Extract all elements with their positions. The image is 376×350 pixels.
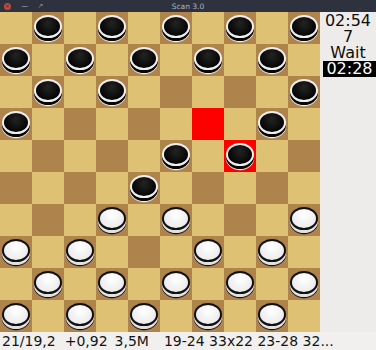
square-r7c9 (256, 204, 288, 236)
square-r5c9 (256, 140, 288, 172)
square-45[interactable] (288, 268, 320, 300)
square-r10c10 (288, 300, 320, 332)
black-man[interactable] (34, 15, 62, 38)
square-26[interactable] (0, 172, 32, 204)
square-r3c3 (64, 76, 96, 108)
square-11[interactable] (32, 76, 64, 108)
black-man[interactable] (290, 79, 318, 102)
square-38[interactable] (128, 236, 160, 268)
close-icon: × (5, 3, 10, 9)
square-r10c2 (32, 300, 64, 332)
square-r1c1 (0, 12, 32, 44)
black-man[interactable] (130, 47, 158, 70)
white-man[interactable] (130, 303, 158, 326)
square-21[interactable] (32, 140, 64, 172)
square-r3c7 (192, 76, 224, 108)
square-18[interactable] (128, 108, 160, 140)
square-r1c9 (256, 12, 288, 44)
board (0, 12, 320, 332)
square-r2c6 (160, 44, 192, 76)
square-42[interactable] (96, 268, 128, 300)
white-man[interactable] (98, 207, 126, 230)
square-36[interactable] (0, 236, 32, 268)
square-23[interactable] (160, 140, 192, 172)
white-man[interactable] (66, 303, 94, 326)
black-man[interactable] (290, 15, 318, 38)
square-r4c4 (96, 108, 128, 140)
black-man[interactable] (194, 47, 222, 70)
square-34[interactable] (224, 204, 256, 236)
main-area: 02:54 7 Wait 02:28 (0, 12, 376, 332)
square-24[interactable] (224, 140, 256, 172)
square-28[interactable] (128, 172, 160, 204)
square-r8c2 (32, 236, 64, 268)
black-man[interactable] (162, 143, 190, 166)
clock-panel: 02:54 7 Wait 02:28 (320, 12, 376, 332)
square-47[interactable] (64, 300, 96, 332)
square-r6c8 (224, 172, 256, 204)
square-2[interactable] (96, 12, 128, 44)
square-20[interactable] (256, 108, 288, 140)
square-r3c1 (0, 76, 32, 108)
white-man[interactable] (162, 207, 190, 230)
black-man[interactable] (226, 15, 254, 38)
square-r4c2 (32, 108, 64, 140)
white-man[interactable] (98, 271, 126, 294)
square-17[interactable] (64, 108, 96, 140)
white-man[interactable] (34, 271, 62, 294)
white-man[interactable] (290, 207, 318, 230)
square-r2c2 (32, 44, 64, 76)
square-8[interactable] (128, 44, 160, 76)
square-r2c4 (96, 44, 128, 76)
square-43[interactable] (160, 268, 192, 300)
black-man[interactable] (66, 47, 94, 70)
square-r2c8 (224, 44, 256, 76)
square-37[interactable] (64, 236, 96, 268)
white-man[interactable] (66, 239, 94, 262)
black-man[interactable] (162, 15, 190, 38)
square-9[interactable] (192, 44, 224, 76)
square-r6c10 (288, 172, 320, 204)
close-button[interactable]: × (4, 3, 11, 10)
black-man[interactable] (258, 111, 286, 134)
square-15[interactable] (288, 76, 320, 108)
black-man[interactable] (98, 15, 126, 38)
white-man[interactable] (2, 303, 30, 326)
square-r10c6 (160, 300, 192, 332)
square-27[interactable] (64, 172, 96, 204)
square-r10c8 (224, 300, 256, 332)
black-man[interactable] (98, 79, 126, 102)
square-r9c5 (128, 268, 160, 300)
square-r3c5 (128, 76, 160, 108)
square-40[interactable] (256, 236, 288, 268)
square-r4c8 (224, 108, 256, 140)
white-man[interactable] (226, 271, 254, 294)
square-4[interactable] (224, 12, 256, 44)
square-r3c9 (256, 76, 288, 108)
square-35[interactable] (288, 204, 320, 236)
square-r5c5 (128, 140, 160, 172)
square-r10c4 (96, 300, 128, 332)
square-33[interactable] (160, 204, 192, 236)
white-man[interactable] (194, 239, 222, 262)
square-14[interactable] (224, 76, 256, 108)
window-title: Scan 3.0 (0, 0, 376, 12)
square-r7c5 (128, 204, 160, 236)
engine-status-bar: 21/19,2 +0,92 3,5M 19-24 33x22 23-28 32.… (0, 332, 376, 350)
square-13[interactable] (160, 76, 192, 108)
principal-variation: 19-24 33x22 23-28 32... (164, 333, 334, 349)
square-r9c7 (192, 268, 224, 300)
square-7[interactable] (64, 44, 96, 76)
white-man[interactable] (194, 303, 222, 326)
square-50[interactable] (256, 300, 288, 332)
square-r5c7 (192, 140, 224, 172)
square-r7c1 (0, 204, 32, 236)
square-r6c6 (160, 172, 192, 204)
square-16[interactable] (0, 108, 32, 140)
black-man[interactable] (130, 175, 158, 198)
resize-button[interactable]: ↗ (38, 3, 44, 10)
square-46[interactable] (0, 300, 32, 332)
resize-icon: ↗ (38, 2, 44, 10)
square-3[interactable] (160, 12, 192, 44)
square-5[interactable] (288, 12, 320, 44)
square-r8c4 (96, 236, 128, 268)
square-22[interactable] (96, 140, 128, 172)
square-r6c2 (32, 172, 64, 204)
white-man[interactable] (258, 239, 286, 262)
square-29[interactable] (192, 172, 224, 204)
square-1[interactable] (32, 12, 64, 44)
white-man[interactable] (162, 271, 190, 294)
square-r7c7 (192, 204, 224, 236)
square-r8c10 (288, 236, 320, 268)
search-depth: 21/19,2 (2, 333, 56, 349)
minimize-button[interactable]: − (21, 2, 29, 11)
black-man[interactable] (2, 47, 30, 70)
square-r1c5 (128, 12, 160, 44)
square-39[interactable] (192, 236, 224, 268)
square-32[interactable] (96, 204, 128, 236)
black-man[interactable] (2, 111, 30, 134)
minimize-icon: − (21, 1, 29, 11)
square-r5c1 (0, 140, 32, 172)
white-clock-active: 02:28 (323, 61, 376, 77)
app-window: × − ↗ Scan 3.0 02:54 7 Wait 02:28 21/19,… (0, 0, 376, 350)
square-49[interactable] (192, 300, 224, 332)
square-30[interactable] (256, 172, 288, 204)
square-48[interactable] (128, 300, 160, 332)
square-r8c8 (224, 236, 256, 268)
square-r8c6 (160, 236, 192, 268)
evaluation-score: +0,92 (65, 333, 108, 349)
white-man[interactable] (290, 271, 318, 294)
square-12[interactable] (96, 76, 128, 108)
square-6[interactable] (0, 44, 32, 76)
square-r9c3 (64, 268, 96, 300)
square-19[interactable] (192, 108, 224, 140)
square-r4c10 (288, 108, 320, 140)
square-r2c10 (288, 44, 320, 76)
square-r9c9 (256, 268, 288, 300)
square-r5c3 (64, 140, 96, 172)
title-bar: × − ↗ Scan 3.0 (0, 0, 376, 12)
square-44[interactable] (224, 268, 256, 300)
white-man[interactable] (2, 239, 30, 262)
square-10[interactable] (256, 44, 288, 76)
square-41[interactable] (32, 268, 64, 300)
square-r4c6 (160, 108, 192, 140)
white-man[interactable] (258, 303, 286, 326)
square-r7c3 (64, 204, 96, 236)
square-r6c4 (96, 172, 128, 204)
square-r1c7 (192, 12, 224, 44)
square-r9c1 (0, 268, 32, 300)
square-25[interactable] (288, 140, 320, 172)
black-man[interactable] (258, 47, 286, 70)
black-man[interactable] (34, 79, 62, 102)
black-man[interactable] (226, 143, 254, 166)
square-31[interactable] (32, 204, 64, 236)
node-count: 3,5M (115, 333, 149, 349)
square-r1c3 (64, 12, 96, 44)
